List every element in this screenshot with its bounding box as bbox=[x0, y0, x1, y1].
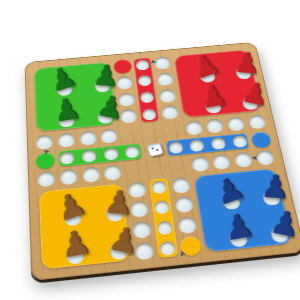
dice[interactable] bbox=[146, 142, 163, 157]
pawn-red[interactable]: ♟ bbox=[240, 76, 268, 110]
start-circle-blue[interactable] bbox=[250, 131, 272, 149]
home-column-hole-yellow[interactable] bbox=[151, 180, 167, 194]
track-hole[interactable] bbox=[226, 116, 245, 131]
track-hole[interactable] bbox=[156, 72, 174, 86]
track-hole[interactable] bbox=[159, 88, 177, 103]
track-hole[interactable] bbox=[103, 164, 122, 181]
track-hole[interactable] bbox=[79, 130, 97, 146]
dice-pip bbox=[156, 149, 159, 152]
track-hole[interactable] bbox=[212, 154, 232, 170]
pawn-yellow[interactable]: ♟ bbox=[106, 220, 138, 259]
pawn-blue[interactable]: ♟ bbox=[260, 168, 287, 203]
track-hole[interactable] bbox=[100, 128, 118, 144]
board-tilt-wrapper: ♟♟♟♟♟♟♟♟♟♟♟♟♟♟♟♟➤➤➤➤ bbox=[25, 42, 300, 279]
track-hole[interactable] bbox=[57, 132, 75, 148]
track-hole[interactable] bbox=[205, 118, 224, 133]
track-hole[interactable] bbox=[185, 120, 204, 135]
track-hole[interactable] bbox=[177, 216, 197, 234]
photo-background: ♟♟♟♟♟♟♟♟♟♟♟♟♟♟♟♟➤➤➤➤ bbox=[0, 0, 300, 300]
track-hole[interactable] bbox=[190, 156, 210, 172]
ludo-board: ♟♟♟♟♟♟♟♟♟♟♟♟♟♟♟♟➤➤➤➤ bbox=[25, 42, 300, 281]
track-hole[interactable] bbox=[161, 105, 179, 120]
red-start-arrow-icon: ➤ bbox=[147, 57, 160, 67]
track-hole[interactable] bbox=[255, 150, 275, 166]
track-hole[interactable] bbox=[172, 177, 192, 194]
track-hole[interactable] bbox=[247, 114, 266, 129]
pawn-green[interactable]: ♟ bbox=[91, 60, 116, 92]
track-hole[interactable] bbox=[82, 166, 101, 183]
track-hole[interactable] bbox=[37, 171, 55, 188]
pawn-yellow[interactable]: ♟ bbox=[102, 184, 130, 220]
dice-pip bbox=[151, 147, 154, 150]
blue-start-arrow-icon: ➤ bbox=[249, 153, 262, 163]
track-hole[interactable] bbox=[174, 196, 194, 213]
track-hole[interactable] bbox=[60, 169, 78, 186]
pawn-green[interactable]: ♟ bbox=[94, 89, 123, 124]
